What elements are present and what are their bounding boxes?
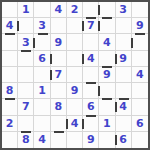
sudoku-cell-r5c4[interactable]: 7 bbox=[51, 67, 67, 83]
sudoku-cell-r1c7[interactable] bbox=[99, 2, 115, 18]
sudoku-cell-r3c3[interactable] bbox=[34, 34, 50, 50]
given-digit: 1 bbox=[22, 4, 30, 15]
sudoku-cell-r9c4[interactable] bbox=[51, 132, 67, 148]
sudoku-cell-r3c7[interactable]: 4 bbox=[99, 34, 115, 50]
sudoku-cell-r7c8[interactable]: 4 bbox=[116, 99, 132, 115]
sudoku-cell-r4c9[interactable] bbox=[132, 51, 148, 67]
sudoku-cell-r2c7[interactable] bbox=[99, 18, 115, 34]
sudoku-cell-r8c7[interactable]: 1 bbox=[99, 116, 115, 132]
sudoku-cell-r6c5[interactable]: 9 bbox=[67, 83, 83, 99]
sudoku-cell-r4c5[interactable] bbox=[67, 51, 83, 67]
given-digit: 2 bbox=[6, 118, 14, 129]
sudoku-cell-r6c8[interactable] bbox=[116, 83, 132, 99]
sudoku-cell-r1c2[interactable]: 1 bbox=[18, 2, 34, 18]
sudoku-cell-r2c5[interactable] bbox=[67, 18, 83, 34]
given-digit: 8 bbox=[22, 134, 30, 145]
sudoku-cell-r4c7[interactable] bbox=[99, 51, 115, 67]
sudoku-cell-r9c7[interactable] bbox=[99, 132, 115, 148]
sudoku-cell-r4c4[interactable] bbox=[51, 51, 67, 67]
sudoku-cell-r2c1[interactable]: 4 bbox=[2, 18, 18, 34]
given-digit: 7 bbox=[54, 69, 62, 80]
sudoku-cell-r4c2[interactable] bbox=[18, 51, 34, 67]
sudoku-cell-r8c8[interactable] bbox=[116, 116, 132, 132]
given-digit: 6 bbox=[38, 53, 46, 64]
given-digit: 4 bbox=[6, 20, 14, 31]
given-digit: 6 bbox=[119, 134, 127, 145]
sudoku-cell-r4c6[interactable]: 4 bbox=[83, 51, 99, 67]
sudoku-cell-r5c3[interactable] bbox=[34, 67, 50, 83]
sudoku-cell-r6c6[interactable] bbox=[83, 83, 99, 99]
sudoku-cell-r7c6[interactable]: 6 bbox=[83, 99, 99, 115]
given-digit: 8 bbox=[54, 101, 62, 112]
sudoku-cell-r4c1[interactable] bbox=[2, 51, 18, 67]
sudoku-cell-r3c1[interactable] bbox=[2, 34, 18, 50]
sudoku-cell-r5c2[interactable] bbox=[18, 67, 34, 83]
sudoku-cell-r1c9[interactable] bbox=[132, 2, 148, 18]
sudoku-cell-r8c1[interactable]: 2 bbox=[2, 116, 18, 132]
sudoku-cell-r9c8[interactable]: 6 bbox=[116, 132, 132, 148]
sudoku-cell-r8c5[interactable]: 4 bbox=[67, 116, 83, 132]
sudoku-grid: 14234379394649794819786424168496 bbox=[2, 2, 148, 148]
given-digit: 1 bbox=[103, 118, 111, 129]
sudoku-cell-r8c4[interactable] bbox=[51, 116, 67, 132]
given-digit: 4 bbox=[54, 4, 62, 15]
sudoku-cell-r4c8[interactable]: 9 bbox=[116, 51, 132, 67]
sudoku-cell-r9c3[interactable]: 4 bbox=[34, 132, 50, 148]
given-digit: 9 bbox=[119, 53, 127, 64]
sudoku-cell-r8c2[interactable] bbox=[18, 116, 34, 132]
sudoku-cell-r7c1[interactable] bbox=[2, 99, 18, 115]
sudoku-cell-r9c1[interactable] bbox=[2, 132, 18, 148]
sudoku-cell-r5c7[interactable]: 9 bbox=[99, 67, 115, 83]
given-digit: 3 bbox=[22, 37, 30, 48]
given-digit: 4 bbox=[87, 53, 95, 64]
sudoku-cell-r3c9[interactable] bbox=[132, 34, 148, 50]
sudoku-cell-r7c3[interactable] bbox=[34, 99, 50, 115]
sudoku-cell-r2c2[interactable] bbox=[18, 18, 34, 34]
sudoku-cell-r6c1[interactable]: 8 bbox=[2, 83, 18, 99]
given-digit: 8 bbox=[6, 85, 14, 96]
sudoku-cell-r1c3[interactable] bbox=[34, 2, 50, 18]
given-digit: 4 bbox=[103, 37, 111, 48]
sudoku-cell-r7c9[interactable] bbox=[132, 99, 148, 115]
given-digit: 1 bbox=[38, 85, 46, 96]
consecutive-sudoku-board: 14234379394649794819786424168496 bbox=[0, 0, 150, 150]
sudoku-cell-r3c8[interactable] bbox=[116, 34, 132, 50]
sudoku-cell-r6c7[interactable] bbox=[99, 83, 115, 99]
given-digit: 9 bbox=[103, 69, 111, 80]
given-digit: 7 bbox=[22, 101, 30, 112]
sudoku-cell-r7c4[interactable]: 8 bbox=[51, 99, 67, 115]
sudoku-cell-r8c6[interactable] bbox=[83, 116, 99, 132]
given-digit: 3 bbox=[38, 20, 46, 31]
given-digit: 7 bbox=[87, 20, 95, 31]
sudoku-cell-r9c5[interactable] bbox=[67, 132, 83, 148]
sudoku-cell-r2c3[interactable]: 3 bbox=[34, 18, 50, 34]
sudoku-cell-r4c3[interactable]: 6 bbox=[34, 51, 50, 67]
sudoku-cell-r8c3[interactable] bbox=[34, 116, 50, 132]
given-digit: 4 bbox=[38, 134, 46, 145]
sudoku-cell-r3c2[interactable]: 3 bbox=[18, 34, 34, 50]
sudoku-cell-r5c1[interactable] bbox=[2, 67, 18, 83]
sudoku-cell-r1c4[interactable]: 4 bbox=[51, 2, 67, 18]
sudoku-cell-r1c8[interactable]: 3 bbox=[116, 2, 132, 18]
sudoku-cell-r5c6[interactable] bbox=[83, 67, 99, 83]
sudoku-cell-r9c6[interactable]: 9 bbox=[83, 132, 99, 148]
given-digit: 9 bbox=[71, 85, 79, 96]
given-digit: 4 bbox=[136, 69, 144, 80]
sudoku-cell-r9c9[interactable] bbox=[132, 132, 148, 148]
sudoku-cell-r6c2[interactable] bbox=[18, 83, 34, 99]
sudoku-cell-r6c9[interactable] bbox=[132, 83, 148, 99]
sudoku-cell-r7c2[interactable]: 7 bbox=[18, 99, 34, 115]
sudoku-cell-r2c4[interactable] bbox=[51, 18, 67, 34]
given-digit: 9 bbox=[54, 37, 62, 48]
sudoku-cell-r3c6[interactable] bbox=[83, 34, 99, 50]
given-digit: 9 bbox=[136, 20, 144, 31]
sudoku-cell-r3c4[interactable]: 9 bbox=[51, 34, 67, 50]
given-digit: 9 bbox=[87, 134, 95, 145]
given-digit: 6 bbox=[87, 101, 95, 112]
sudoku-cell-r5c5[interactable] bbox=[67, 67, 83, 83]
given-digit: 2 bbox=[71, 4, 79, 15]
sudoku-cell-r5c9[interactable]: 4 bbox=[132, 67, 148, 83]
sudoku-cell-r2c8[interactable] bbox=[116, 18, 132, 34]
sudoku-cell-r6c4[interactable] bbox=[51, 83, 67, 99]
sudoku-cell-r7c7[interactable] bbox=[99, 99, 115, 115]
given-digit: 4 bbox=[71, 118, 79, 129]
sudoku-cell-r2c9[interactable]: 9 bbox=[132, 18, 148, 34]
sudoku-cell-r2c6[interactable]: 7 bbox=[83, 18, 99, 34]
sudoku-cell-r1c5[interactable]: 2 bbox=[67, 2, 83, 18]
sudoku-cell-r8c9[interactable]: 6 bbox=[132, 116, 148, 132]
given-digit: 3 bbox=[119, 4, 127, 15]
sudoku-cell-r7c5[interactable] bbox=[67, 99, 83, 115]
sudoku-cell-r1c6[interactable] bbox=[83, 2, 99, 18]
sudoku-cell-r9c2[interactable]: 8 bbox=[18, 132, 34, 148]
sudoku-cell-r5c8[interactable] bbox=[116, 67, 132, 83]
sudoku-cell-r3c5[interactable] bbox=[67, 34, 83, 50]
given-digit: 4 bbox=[119, 101, 127, 112]
given-digit: 6 bbox=[136, 118, 144, 129]
sudoku-cell-r6c3[interactable]: 1 bbox=[34, 83, 50, 99]
sudoku-cell-r1c1[interactable] bbox=[2, 2, 18, 18]
